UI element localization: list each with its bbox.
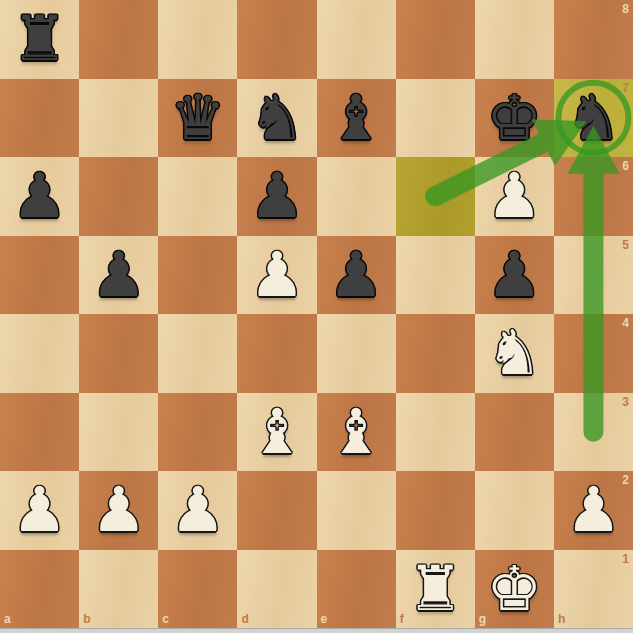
square-d5[interactable]: ♟	[237, 236, 316, 315]
coordinate-rank-2: 2	[622, 473, 629, 487]
black-pawn-icon[interactable]: ♟	[79, 236, 158, 315]
coordinate-rank-3: 3	[622, 395, 629, 409]
white-rook-icon[interactable]: ♜	[396, 550, 475, 629]
square-h1[interactable]: h1	[554, 550, 633, 629]
square-d8[interactable]	[237, 0, 316, 79]
square-f2[interactable]	[396, 471, 475, 550]
white-pawn-icon[interactable]: ♟	[475, 157, 554, 236]
square-a8[interactable]: ♜	[0, 0, 79, 79]
coordinate-rank-6: 6	[622, 159, 629, 173]
square-d3[interactable]: ♝	[237, 393, 316, 472]
white-pawn-icon[interactable]: ♟	[237, 236, 316, 315]
square-g1[interactable]: ♚g	[475, 550, 554, 629]
square-a4[interactable]	[0, 314, 79, 393]
square-h3[interactable]: 3	[554, 393, 633, 472]
square-c3[interactable]	[158, 393, 237, 472]
square-d6[interactable]: ♟	[237, 157, 316, 236]
square-a1[interactable]: a	[0, 550, 79, 629]
white-king-icon[interactable]: ♚	[475, 550, 554, 629]
black-king-icon[interactable]: ♚	[475, 79, 554, 158]
square-c8[interactable]	[158, 0, 237, 79]
square-d2[interactable]	[237, 471, 316, 550]
square-a7[interactable]	[0, 79, 79, 158]
coordinate-rank-4: 4	[622, 316, 629, 330]
square-d7[interactable]: ♞	[237, 79, 316, 158]
square-b2[interactable]: ♟	[79, 471, 158, 550]
square-e6[interactable]	[317, 157, 396, 236]
chess-board[interactable]: ♜8♛♞♝♚♞7♟♟♟6♟♟♟♟5♞4♝♝3♟♟♟♟2abcde♜f♚gh1	[0, 0, 633, 628]
coordinate-file-b: b	[83, 612, 90, 626]
black-pawn-icon[interactable]: ♟	[0, 157, 79, 236]
square-g8[interactable]	[475, 0, 554, 79]
square-f8[interactable]	[396, 0, 475, 79]
square-e1[interactable]: e	[317, 550, 396, 629]
coordinate-rank-7: 7	[622, 81, 629, 95]
square-a2[interactable]: ♟	[0, 471, 79, 550]
square-b8[interactable]	[79, 0, 158, 79]
white-knight-icon[interactable]: ♞	[475, 314, 554, 393]
square-f6[interactable]	[396, 157, 475, 236]
square-e3[interactable]: ♝	[317, 393, 396, 472]
square-f1[interactable]: ♜f	[396, 550, 475, 629]
square-e8[interactable]	[317, 0, 396, 79]
square-b7[interactable]	[79, 79, 158, 158]
coordinate-file-c: c	[162, 612, 169, 626]
coordinate-file-f: f	[400, 612, 404, 626]
square-c7[interactable]: ♛	[158, 79, 237, 158]
white-bishop-icon[interactable]: ♝	[237, 393, 316, 472]
square-c1[interactable]: c	[158, 550, 237, 629]
square-b3[interactable]	[79, 393, 158, 472]
square-e7[interactable]: ♝	[317, 79, 396, 158]
square-h2[interactable]: ♟2	[554, 471, 633, 550]
white-pawn-icon[interactable]: ♟	[554, 471, 633, 550]
white-pawn-icon[interactable]: ♟	[79, 471, 158, 550]
black-rook-icon[interactable]: ♜	[0, 0, 79, 79]
square-b6[interactable]	[79, 157, 158, 236]
black-pawn-icon[interactable]: ♟	[475, 236, 554, 315]
square-c4[interactable]	[158, 314, 237, 393]
square-h5[interactable]: 5	[554, 236, 633, 315]
square-h4[interactable]: 4	[554, 314, 633, 393]
square-b4[interactable]	[79, 314, 158, 393]
coordinate-rank-8: 8	[622, 2, 629, 16]
square-d4[interactable]	[237, 314, 316, 393]
square-a5[interactable]	[0, 236, 79, 315]
square-a3[interactable]	[0, 393, 79, 472]
square-b5[interactable]: ♟	[79, 236, 158, 315]
coordinate-file-g: g	[479, 612, 486, 626]
square-e5[interactable]: ♟	[317, 236, 396, 315]
page-background-strip	[0, 628, 633, 633]
black-bishop-icon[interactable]: ♝	[317, 79, 396, 158]
square-h6[interactable]: 6	[554, 157, 633, 236]
black-pawn-icon[interactable]: ♟	[237, 157, 316, 236]
square-e2[interactable]	[317, 471, 396, 550]
square-f3[interactable]	[396, 393, 475, 472]
square-g3[interactable]	[475, 393, 554, 472]
square-c2[interactable]: ♟	[158, 471, 237, 550]
square-h8[interactable]: 8	[554, 0, 633, 79]
coordinate-file-a: a	[4, 612, 11, 626]
square-e4[interactable]	[317, 314, 396, 393]
square-c5[interactable]	[158, 236, 237, 315]
black-knight-icon[interactable]: ♞	[554, 79, 633, 158]
square-g6[interactable]: ♟	[475, 157, 554, 236]
square-g7[interactable]: ♚	[475, 79, 554, 158]
square-a6[interactable]: ♟	[0, 157, 79, 236]
square-f5[interactable]	[396, 236, 475, 315]
coordinate-file-h: h	[558, 612, 565, 626]
white-pawn-icon[interactable]: ♟	[158, 471, 237, 550]
coordinate-file-e: e	[321, 612, 328, 626]
square-d1[interactable]: d	[237, 550, 316, 629]
coordinate-file-d: d	[241, 612, 248, 626]
square-f7[interactable]	[396, 79, 475, 158]
coordinate-rank-1: 1	[622, 552, 629, 566]
black-queen-icon[interactable]: ♛	[158, 79, 237, 158]
coordinate-rank-5: 5	[622, 238, 629, 252]
black-knight-icon[interactable]: ♞	[237, 79, 316, 158]
white-bishop-icon[interactable]: ♝	[317, 393, 396, 472]
square-h7[interactable]: ♞7	[554, 79, 633, 158]
square-b1[interactable]: b	[79, 550, 158, 629]
square-g4[interactable]: ♞	[475, 314, 554, 393]
square-g5[interactable]: ♟	[475, 236, 554, 315]
square-g2[interactable]	[475, 471, 554, 550]
white-pawn-icon[interactable]: ♟	[0, 471, 79, 550]
square-c6[interactable]	[158, 157, 237, 236]
black-pawn-icon[interactable]: ♟	[317, 236, 396, 315]
square-f4[interactable]	[396, 314, 475, 393]
